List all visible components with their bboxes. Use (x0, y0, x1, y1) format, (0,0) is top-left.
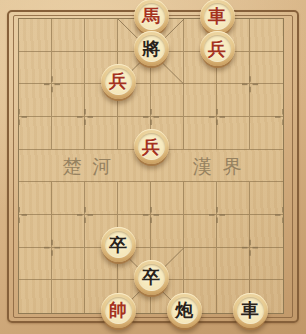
board-cell[interactable] (19, 52, 52, 85)
board-cell[interactable] (19, 248, 52, 281)
board-cell[interactable] (250, 52, 283, 85)
board-cell[interactable] (250, 84, 283, 117)
board-cell[interactable] (52, 52, 85, 85)
piece-black-chariot[interactable]: 車 (233, 293, 268, 328)
board-cell[interactable] (217, 150, 250, 183)
board-cell[interactable] (118, 182, 151, 215)
board-cell[interactable] (151, 182, 184, 215)
board-cell[interactable] (52, 19, 85, 52)
board-cell[interactable] (85, 182, 118, 215)
board-cell[interactable] (52, 280, 85, 313)
board-cell[interactable] (250, 248, 283, 281)
piece-red-horse[interactable]: 馬 (134, 0, 169, 34)
board-cell[interactable] (250, 19, 283, 52)
piece-red-general[interactable]: 帥 (101, 293, 136, 328)
board-cell[interactable] (184, 182, 217, 215)
board-cell[interactable] (19, 215, 52, 248)
piece-black-cannon[interactable]: 炮 (167, 293, 202, 328)
board-cell[interactable] (19, 117, 52, 150)
piece-black-general[interactable]: 將 (134, 31, 169, 66)
piece-red-soldier[interactable]: 兵 (101, 64, 136, 99)
board-cell[interactable] (217, 215, 250, 248)
piece-red-chariot[interactable]: 車 (200, 0, 235, 34)
piece-character: 將 (142, 40, 160, 58)
piece-black-soldier[interactable]: 卒 (101, 227, 136, 262)
board-cell[interactable] (151, 84, 184, 117)
piece-red-soldier[interactable]: 兵 (200, 31, 235, 66)
board-cell[interactable] (250, 182, 283, 215)
board-cell[interactable] (19, 182, 52, 215)
xiangqi-app: 楚河 漢界 馬車將兵兵兵卒卒帥炮車 (0, 0, 306, 334)
board-cell[interactable] (52, 150, 85, 183)
board-cell[interactable] (184, 150, 217, 183)
board-cell[interactable] (184, 84, 217, 117)
piece-character: 馬 (142, 7, 160, 25)
board-cell[interactable] (52, 182, 85, 215)
piece-black-soldier[interactable]: 卒 (134, 260, 169, 295)
board-cell[interactable] (151, 215, 184, 248)
board-cell[interactable] (19, 150, 52, 183)
board-cell[interactable] (85, 150, 118, 183)
board-cell[interactable] (52, 84, 85, 117)
board-cell[interactable] (85, 117, 118, 150)
board-cell[interactable] (85, 19, 118, 52)
board-cell[interactable] (217, 248, 250, 281)
piece-character: 兵 (142, 138, 160, 156)
piece-red-soldier[interactable]: 兵 (134, 129, 169, 164)
board-cell[interactable] (184, 248, 217, 281)
board-cell[interactable] (19, 84, 52, 117)
board-cell[interactable] (217, 84, 250, 117)
board-cell[interactable] (184, 117, 217, 150)
piece-character: 車 (241, 301, 259, 319)
board-cell[interactable] (250, 117, 283, 150)
board-cell[interactable] (184, 215, 217, 248)
piece-character: 卒 (109, 236, 127, 254)
board-cell[interactable] (250, 150, 283, 183)
board-cell[interactable] (250, 215, 283, 248)
board-cell[interactable] (217, 117, 250, 150)
piece-character: 兵 (208, 40, 226, 58)
board-cell[interactable] (217, 182, 250, 215)
board-cell[interactable] (52, 215, 85, 248)
board-cell[interactable] (52, 117, 85, 150)
board-cell[interactable] (52, 248, 85, 281)
board-cell[interactable] (19, 19, 52, 52)
piece-character: 車 (208, 7, 226, 25)
piece-character: 卒 (142, 268, 160, 286)
piece-character: 帥 (109, 301, 127, 319)
board-cell[interactable] (19, 280, 52, 313)
piece-character: 兵 (109, 72, 127, 90)
piece-character: 炮 (175, 301, 193, 319)
